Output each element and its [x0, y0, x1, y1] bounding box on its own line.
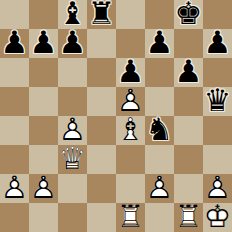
- piece-white-pawn[interactable]: ♟♙: [29, 174, 58, 203]
- square-h4[interactable]: [203, 116, 232, 145]
- square-c1[interactable]: [58, 203, 87, 232]
- white-pawn-outline-icon: ♙: [30, 173, 58, 202]
- chess-board: ♝♜♚♟♟♟♟♟♟♟♟♙♛♟♙♝♗♞♛♕♟♙♟♙♟♙♟♙♜♖♜♖♚♔: [0, 0, 232, 232]
- piece-white-rook[interactable]: ♜♖: [116, 203, 145, 232]
- square-f1[interactable]: [145, 203, 174, 232]
- square-b5[interactable]: [29, 87, 58, 116]
- square-e1[interactable]: ♜♖: [116, 203, 145, 232]
- piece-black-pawn[interactable]: ♟: [145, 29, 174, 58]
- piece-black-knight[interactable]: ♞: [145, 116, 174, 145]
- square-d7[interactable]: [87, 29, 116, 58]
- white-pawn-outline-icon: ♙: [1, 173, 29, 202]
- square-d1[interactable]: [87, 203, 116, 232]
- square-d6[interactable]: [87, 58, 116, 87]
- square-f7[interactable]: ♟: [145, 29, 174, 58]
- square-g1[interactable]: ♜♖: [174, 203, 203, 232]
- black-queen-icon: ♛: [204, 86, 232, 115]
- square-g5[interactable]: [174, 87, 203, 116]
- square-b4[interactable]: [29, 116, 58, 145]
- square-h1[interactable]: ♚♔: [203, 203, 232, 232]
- square-b2[interactable]: ♟♙: [29, 174, 58, 203]
- square-e8[interactable]: [116, 0, 145, 29]
- square-d2[interactable]: [87, 174, 116, 203]
- black-knight-icon: ♞: [146, 115, 174, 144]
- square-e4[interactable]: ♝♗: [116, 116, 145, 145]
- piece-white-rook[interactable]: ♜♖: [174, 203, 203, 232]
- square-d4[interactable]: [87, 116, 116, 145]
- piece-black-pawn[interactable]: ♟: [203, 29, 232, 58]
- piece-black-king[interactable]: ♚: [174, 0, 203, 29]
- square-f4[interactable]: ♞: [145, 116, 174, 145]
- square-g6[interactable]: ♟: [174, 58, 203, 87]
- square-a1[interactable]: [0, 203, 29, 232]
- piece-black-pawn[interactable]: ♟: [174, 58, 203, 87]
- piece-black-rook[interactable]: ♜: [87, 0, 116, 29]
- white-rook-outline-icon: ♖: [117, 202, 145, 231]
- black-pawn-icon: ♟: [204, 28, 232, 57]
- square-g4[interactable]: [174, 116, 203, 145]
- square-a4[interactable]: [0, 116, 29, 145]
- black-king-icon: ♚: [175, 0, 203, 28]
- white-king-outline-icon: ♔: [204, 202, 232, 231]
- square-b7[interactable]: ♟: [29, 29, 58, 58]
- square-h5[interactable]: ♛: [203, 87, 232, 116]
- black-pawn-icon: ♟: [59, 28, 87, 57]
- square-c7[interactable]: ♟: [58, 29, 87, 58]
- black-rook-icon: ♜: [88, 0, 116, 28]
- piece-black-pawn[interactable]: ♟: [0, 29, 29, 58]
- square-b6[interactable]: [29, 58, 58, 87]
- square-b1[interactable]: [29, 203, 58, 232]
- square-d5[interactable]: [87, 87, 116, 116]
- square-a6[interactable]: [0, 58, 29, 87]
- piece-white-pawn[interactable]: ♟♙: [0, 174, 29, 203]
- piece-black-pawn[interactable]: ♟: [29, 29, 58, 58]
- black-pawn-icon: ♟: [1, 28, 29, 57]
- square-g3[interactable]: [174, 145, 203, 174]
- square-f6[interactable]: [145, 58, 174, 87]
- square-g8[interactable]: ♚: [174, 0, 203, 29]
- square-c3[interactable]: ♛♕: [58, 145, 87, 174]
- piece-black-pawn[interactable]: ♟: [58, 29, 87, 58]
- square-f2[interactable]: ♟♙: [145, 174, 174, 203]
- black-pawn-icon: ♟: [146, 28, 174, 57]
- square-a7[interactable]: ♟: [0, 29, 29, 58]
- black-pawn-icon: ♟: [175, 57, 203, 86]
- square-h7[interactable]: ♟: [203, 29, 232, 58]
- piece-white-bishop[interactable]: ♝♗: [116, 116, 145, 145]
- black-pawn-icon: ♟: [30, 28, 58, 57]
- square-c6[interactable]: [58, 58, 87, 87]
- square-c2[interactable]: [58, 174, 87, 203]
- piece-black-queen[interactable]: ♛: [203, 87, 232, 116]
- piece-white-pawn[interactable]: ♟♙: [145, 174, 174, 203]
- piece-white-king[interactable]: ♚♔: [203, 203, 232, 232]
- white-rook-outline-icon: ♖: [175, 202, 203, 231]
- white-pawn-outline-icon: ♙: [146, 173, 174, 202]
- square-e3[interactable]: [116, 145, 145, 174]
- piece-white-queen[interactable]: ♛♕: [58, 145, 87, 174]
- white-queen-outline-icon: ♕: [59, 144, 87, 173]
- white-bishop-outline-icon: ♗: [117, 115, 145, 144]
- square-d8[interactable]: ♜: [87, 0, 116, 29]
- square-a5[interactable]: [0, 87, 29, 116]
- square-d3[interactable]: [87, 145, 116, 174]
- square-a2[interactable]: ♟♙: [0, 174, 29, 203]
